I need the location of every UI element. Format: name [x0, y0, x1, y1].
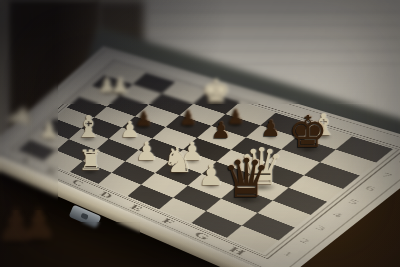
depth-of-field-bottom: [0, 222, 140, 267]
piece-white-knight-e3: ♞: [162, 142, 194, 177]
photo-chess-scene: ABCDEFGH 12345678 ♚♝♛♞♝♜♟♟♟♟♟♚♛♟♟♟♟♟♟♟♟♟…: [0, 0, 400, 267]
piece-black-queen-g3: ♛: [222, 152, 270, 206]
piece-black-king-g7: ♚: [288, 111, 327, 155]
piece-white-bishop-b3: ♝: [75, 112, 102, 142]
piece-black-pawn-f7: ♟: [261, 118, 281, 140]
depth-of-field-left: [0, 60, 58, 210]
depth-of-field-far: [0, 0, 400, 104]
piece-black-pawn-d6: ♟: [179, 108, 197, 129]
piece-black-pawn-e6: ♟: [211, 118, 231, 140]
piece-white-pawn-d3: ♟: [135, 139, 158, 164]
piece-white-rook-c1: ♜: [78, 147, 103, 175]
piece-white-pawn-f3: ♟: [198, 161, 224, 190]
